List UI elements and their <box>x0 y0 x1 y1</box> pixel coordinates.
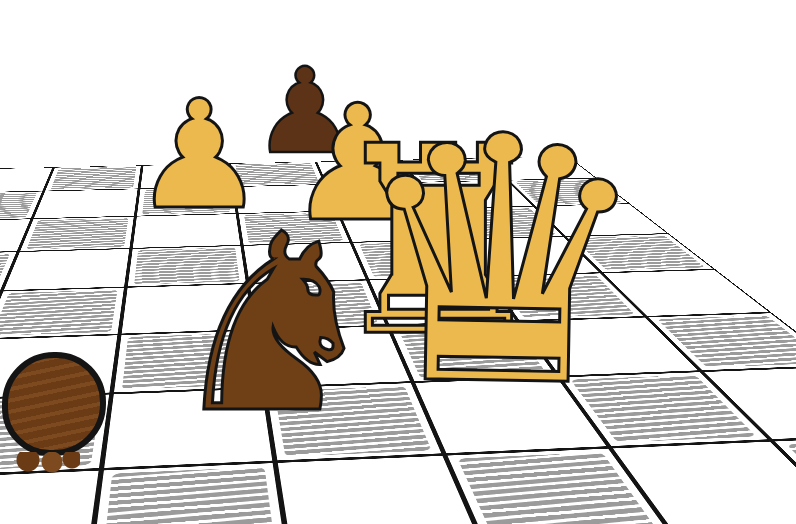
square <box>88 462 290 524</box>
square <box>32 189 139 219</box>
black-knight: ♞ <box>164 202 384 447</box>
black-pawn-ball <box>2 352 106 456</box>
white-queen: ♛ <box>345 89 656 434</box>
square <box>44 165 142 191</box>
square <box>18 216 135 251</box>
square <box>0 287 126 339</box>
square <box>2 248 131 290</box>
sketch-canvas: ♟ ♟ ♟ ♜ ♛ ♞ <box>0 0 796 524</box>
ball-feet <box>16 452 80 478</box>
